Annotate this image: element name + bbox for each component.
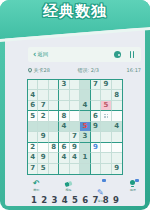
cell-r8c3[interactable]	[49, 153, 59, 163]
cell-r7c5[interactable]: 9	[70, 143, 80, 153]
cell-r9c3[interactable]	[49, 164, 59, 174]
status-row: 关卡28 错误: 2/3 16:17	[28, 64, 141, 75]
hint-badge	[135, 179, 139, 182]
hint-button[interactable]: 提示	[129, 180, 137, 192]
pin-icon	[27, 67, 33, 73]
cell-r6c4[interactable]	[59, 132, 69, 142]
cell-r7c2[interactable]	[38, 143, 48, 153]
cell-r5c4[interactable]: 4	[59, 122, 69, 132]
cell-r8c8[interactable]	[101, 153, 111, 163]
eraser-icon	[64, 181, 72, 187]
cell-r7c4[interactable]: 6	[59, 143, 69, 153]
cell-r3c7[interactable]	[91, 101, 101, 111]
cell-r5c3[interactable]	[49, 122, 59, 132]
cell-r6c5[interactable]: 7	[70, 132, 80, 142]
cell-r3c2[interactable]: 7	[38, 101, 48, 111]
cell-r7c7[interactable]: 9	[91, 143, 101, 153]
cell-r2c4[interactable]	[59, 90, 69, 100]
cell-r7c9[interactable]	[112, 143, 122, 153]
level-indicator: 关卡28	[28, 67, 50, 73]
app-window: 经典数独 ‹ 返回 关卡28 错误: 2/3 16:17 37948674552…	[0, 0, 150, 210]
level-text: 关卡28	[34, 67, 50, 73]
cell-r4c6[interactable]	[80, 111, 90, 121]
cell-r8c7[interactable]	[91, 153, 101, 163]
cell-r3c1[interactable]: 6	[28, 101, 38, 111]
cell-r5c2[interactable]	[38, 122, 48, 132]
cell-r1c1[interactable]	[28, 80, 38, 90]
cell-r4c8[interactable]	[101, 111, 111, 121]
cell-r1c7[interactable]: 7	[91, 80, 101, 90]
cell-r3c3[interactable]	[49, 101, 59, 111]
cell-r9c7[interactable]	[91, 164, 101, 174]
cell-r9c2[interactable]: 5	[38, 164, 48, 174]
cell-r9c6[interactable]	[80, 164, 90, 174]
cell-r6c7[interactable]	[91, 132, 101, 142]
cell-r3c8[interactable]: 5	[101, 101, 111, 111]
cell-r6c9[interactable]	[112, 132, 122, 142]
mistakes-counter: 错误: 2/3	[78, 67, 99, 73]
cell-r2c9[interactable]: 8	[112, 90, 122, 100]
toolbar: ↶ 撤销 擦除 ✎ 笔记 提示	[30, 180, 140, 194]
hint-icon	[129, 180, 137, 188]
timer: 16:17	[127, 67, 141, 73]
cell-r1c6[interactable]	[80, 80, 90, 90]
cell-r2c8[interactable]	[101, 90, 111, 100]
cell-r2c6[interactable]	[80, 90, 90, 100]
cell-r7c3[interactable]: 8	[49, 143, 59, 153]
cell-r8c1[interactable]: 4	[28, 153, 38, 163]
cell-r7c1[interactable]: 2	[28, 143, 38, 153]
cell-r5c7[interactable]: 9	[91, 122, 101, 132]
cell-r4c1[interactable]: 5	[28, 111, 38, 121]
cell-r1c9[interactable]	[112, 80, 122, 90]
cell-r4c7[interactable]: 6	[91, 111, 101, 121]
cell-r7c6[interactable]	[80, 143, 90, 153]
cell-r9c1[interactable]: 7	[28, 164, 38, 174]
cell-r5c6[interactable]: 5	[80, 122, 90, 132]
cell-r6c1[interactable]	[28, 132, 38, 142]
numpad-3[interactable]: 3	[52, 196, 58, 205]
back-chevron-icon: ‹	[33, 51, 36, 59]
cell-r7c8[interactable]	[101, 143, 111, 153]
app-title: 经典数独	[0, 2, 150, 21]
cell-r9c9[interactable]: 9	[112, 164, 122, 174]
sudoku-board: 379486745528645949732869949441759	[27, 79, 123, 175]
cell-r8c2[interactable]: 9	[38, 153, 48, 163]
undo-button[interactable]: ↶ 撤销	[33, 180, 40, 192]
number-pad: 123456789	[31, 196, 119, 205]
numpad-1[interactable]: 1	[31, 196, 37, 205]
cell-r4c9[interactable]	[112, 111, 122, 121]
cell-r6c6[interactable]: 3	[80, 132, 90, 142]
numpad-6[interactable]: 6	[82, 196, 88, 205]
cell-r5c8[interactable]	[101, 122, 111, 132]
cell-r8c9[interactable]	[112, 153, 122, 163]
cell-r9c8[interactable]	[101, 164, 111, 174]
cell-r2c3[interactable]	[49, 90, 59, 100]
numpad-2[interactable]: 2	[41, 196, 47, 205]
numpad-9[interactable]: 9	[113, 196, 119, 205]
cell-r1c3[interactable]	[49, 80, 59, 90]
cell-r3c5[interactable]	[70, 101, 80, 111]
numpad-8[interactable]: 8	[103, 196, 109, 205]
numpad-7[interactable]: 7	[93, 196, 99, 205]
cell-r3c4[interactable]	[59, 101, 69, 111]
cell-r5c9[interactable]: 4	[112, 122, 122, 132]
pause-button[interactable]	[130, 51, 135, 58]
cell-r4c4[interactable]: 8	[59, 111, 69, 121]
back-label: 返回	[37, 51, 48, 58]
cell-r6c2[interactable]: 9	[38, 132, 48, 142]
undo-icon: ↶	[33, 180, 40, 188]
cell-r4c3[interactable]	[49, 111, 59, 121]
cell-r5c1[interactable]	[28, 122, 38, 132]
back-button[interactable]: ‹ 返回	[33, 51, 48, 59]
top-bar: ‹ 返回	[28, 47, 141, 62]
cell-r3c6[interactable]: 4	[80, 101, 90, 111]
cell-r9c4[interactable]	[59, 164, 69, 174]
cell-r6c8[interactable]	[101, 132, 111, 142]
erase-button[interactable]: 擦除	[65, 180, 72, 192]
cell-r8c4[interactable]: 4	[59, 153, 69, 163]
cell-r8c5[interactable]: 4	[70, 153, 80, 163]
cell-r9c5[interactable]	[70, 164, 80, 174]
cell-r1c5[interactable]	[70, 80, 80, 90]
cell-r2c5[interactable]	[70, 90, 80, 100]
cell-r2c1[interactable]: 4	[28, 90, 38, 100]
cell-r1c8[interactable]: 9	[101, 80, 111, 90]
cell-r3c9[interactable]	[112, 101, 122, 111]
cell-r5c5[interactable]	[70, 122, 80, 132]
cell-r1c2[interactable]	[38, 80, 48, 90]
cell-r6c3[interactable]	[49, 132, 59, 142]
numpad-4[interactable]: 4	[62, 196, 68, 205]
cell-r1c4[interactable]: 3	[59, 80, 69, 90]
cell-r4c2[interactable]: 2	[38, 111, 48, 121]
palette-icon[interactable]	[114, 51, 121, 58]
cell-r4c5[interactable]	[70, 111, 80, 121]
numpad-5[interactable]: 5	[72, 196, 78, 205]
notes-badge	[102, 179, 106, 182]
cell-r8c6[interactable]: 1	[80, 153, 90, 163]
cell-r2c2[interactable]	[38, 90, 48, 100]
cell-r2c7[interactable]	[91, 90, 101, 100]
